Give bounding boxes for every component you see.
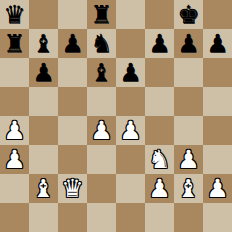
square-e7[interactable] — [116, 29, 145, 58]
square-g7[interactable]: ♟ — [174, 29, 203, 58]
square-h4[interactable] — [203, 116, 232, 145]
black-queen-a8[interactable]: ♛ — [0, 0, 29, 29]
square-h6[interactable] — [203, 58, 232, 87]
white-bishop-b2[interactable]: ♝ — [29, 174, 58, 203]
square-c5[interactable] — [58, 87, 87, 116]
white-pawn-g3[interactable]: ♟ — [174, 145, 203, 174]
square-h2[interactable]: ♟ — [203, 174, 232, 203]
black-knight-d7[interactable]: ♞ — [87, 29, 116, 58]
square-h1[interactable] — [203, 203, 232, 232]
square-h5[interactable] — [203, 87, 232, 116]
square-d4[interactable]: ♟ — [87, 116, 116, 145]
black-bishop-d6[interactable]: ♝ — [87, 58, 116, 87]
square-b6[interactable]: ♟ — [29, 58, 58, 87]
square-c7[interactable]: ♟ — [58, 29, 87, 58]
square-a7[interactable]: ♜ — [0, 29, 29, 58]
square-c4[interactable] — [58, 116, 87, 145]
square-h7[interactable]: ♟ — [203, 29, 232, 58]
square-f7[interactable]: ♟ — [145, 29, 174, 58]
white-queen-c2[interactable]: ♛ — [58, 174, 87, 203]
square-d6[interactable]: ♝ — [87, 58, 116, 87]
square-e6[interactable]: ♟ — [116, 58, 145, 87]
square-h8[interactable] — [203, 0, 232, 29]
white-pawn-f2[interactable]: ♟ — [145, 174, 174, 203]
square-b1[interactable] — [29, 203, 58, 232]
white-pawn-a3[interactable]: ♟ — [0, 145, 29, 174]
square-c1[interactable] — [58, 203, 87, 232]
chess-board: ♛♜♚♜♝♟♞♟♟♟♟♝♟♟♟♟♟♞♟♝♛♟♝♟ — [0, 0, 232, 232]
square-d7[interactable]: ♞ — [87, 29, 116, 58]
square-e4[interactable]: ♟ — [116, 116, 145, 145]
square-d2[interactable] — [87, 174, 116, 203]
black-king-g8[interactable]: ♚ — [174, 0, 203, 29]
white-bishop-g2[interactable]: ♝ — [174, 174, 203, 203]
black-pawn-c7[interactable]: ♟ — [58, 29, 87, 58]
black-pawn-e6[interactable]: ♟ — [116, 58, 145, 87]
square-d3[interactable] — [87, 145, 116, 174]
square-c2[interactable]: ♛ — [58, 174, 87, 203]
square-e3[interactable] — [116, 145, 145, 174]
square-b8[interactable] — [29, 0, 58, 29]
black-pawn-f7[interactable]: ♟ — [145, 29, 174, 58]
square-a8[interactable]: ♛ — [0, 0, 29, 29]
black-rook-d8[interactable]: ♜ — [87, 0, 116, 29]
square-f6[interactable] — [145, 58, 174, 87]
square-b7[interactable]: ♝ — [29, 29, 58, 58]
square-c6[interactable] — [58, 58, 87, 87]
white-pawn-d4[interactable]: ♟ — [87, 116, 116, 145]
white-pawn-h2[interactable]: ♟ — [203, 174, 232, 203]
square-b3[interactable] — [29, 145, 58, 174]
square-a2[interactable] — [0, 174, 29, 203]
square-d8[interactable]: ♜ — [87, 0, 116, 29]
square-f8[interactable] — [145, 0, 174, 29]
square-f5[interactable] — [145, 87, 174, 116]
square-f4[interactable] — [145, 116, 174, 145]
square-a6[interactable] — [0, 58, 29, 87]
square-f2[interactable]: ♟ — [145, 174, 174, 203]
square-g8[interactable]: ♚ — [174, 0, 203, 29]
square-g6[interactable] — [174, 58, 203, 87]
square-a3[interactable]: ♟ — [0, 145, 29, 174]
white-knight-f3[interactable]: ♞ — [145, 145, 174, 174]
square-f1[interactable] — [145, 203, 174, 232]
square-c3[interactable] — [58, 145, 87, 174]
square-a5[interactable] — [0, 87, 29, 116]
black-rook-a7[interactable]: ♜ — [0, 29, 29, 58]
black-bishop-b7[interactable]: ♝ — [29, 29, 58, 58]
square-g3[interactable]: ♟ — [174, 145, 203, 174]
square-d5[interactable] — [87, 87, 116, 116]
black-pawn-b6[interactable]: ♟ — [29, 58, 58, 87]
white-pawn-e4[interactable]: ♟ — [116, 116, 145, 145]
square-g2[interactable]: ♝ — [174, 174, 203, 203]
square-e5[interactable] — [116, 87, 145, 116]
square-e8[interactable] — [116, 0, 145, 29]
square-d1[interactable] — [87, 203, 116, 232]
square-b2[interactable]: ♝ — [29, 174, 58, 203]
square-e1[interactable] — [116, 203, 145, 232]
square-a1[interactable] — [0, 203, 29, 232]
square-a4[interactable]: ♟ — [0, 116, 29, 145]
square-f3[interactable]: ♞ — [145, 145, 174, 174]
square-g5[interactable] — [174, 87, 203, 116]
square-g1[interactable] — [174, 203, 203, 232]
square-g4[interactable] — [174, 116, 203, 145]
white-pawn-a4[interactable]: ♟ — [0, 116, 29, 145]
black-pawn-g7[interactable]: ♟ — [174, 29, 203, 58]
square-e2[interactable] — [116, 174, 145, 203]
square-b5[interactable] — [29, 87, 58, 116]
square-c8[interactable] — [58, 0, 87, 29]
square-h3[interactable] — [203, 145, 232, 174]
black-pawn-h7[interactable]: ♟ — [203, 29, 232, 58]
square-b4[interactable] — [29, 116, 58, 145]
